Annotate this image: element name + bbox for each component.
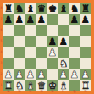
square-a5[interactable] [3,36,14,47]
square-d7[interactable]: ♟ [36,14,47,25]
square-e8[interactable]: ♚ [47,3,58,14]
square-h5[interactable] [80,36,91,47]
square-f5[interactable]: ♟ [58,36,69,47]
square-g6[interactable] [69,25,80,36]
square-h1[interactable]: ♜ [80,80,91,91]
white-bishop-icon[interactable]: ♝ [58,80,69,91]
square-b5[interactable] [14,36,25,47]
square-c6[interactable] [25,25,36,36]
square-c7[interactable]: ♟ [25,14,36,25]
square-d6[interactable] [36,25,47,36]
square-f3[interactable]: ♞ [58,58,69,69]
square-c3[interactable] [25,58,36,69]
square-d1[interactable]: ♛ [36,80,47,91]
white-bishop-icon[interactable]: ♝ [25,80,36,91]
square-e1[interactable]: ♚ [47,80,58,91]
black-pawn-icon[interactable]: ♟ [47,36,58,47]
square-b2[interactable]: ♟ [14,69,25,80]
square-g5[interactable] [69,36,80,47]
square-h6[interactable] [80,25,91,36]
white-pawn-icon[interactable]: ♟ [80,69,91,80]
square-h3[interactable] [80,58,91,69]
square-g1[interactable] [69,80,80,91]
rank-label: 3 [0,62,2,65]
square-a8[interactable]: ♜ [3,3,14,14]
square-e5[interactable]: ♟ [47,36,58,47]
white-pawn-icon[interactable]: ♟ [25,69,36,80]
white-pawn-icon[interactable]: ♟ [14,69,25,80]
black-pawn-icon[interactable]: ♟ [58,36,69,47]
square-e3[interactable] [47,58,58,69]
square-c4[interactable] [25,47,36,58]
white-king-icon[interactable]: ♚ [47,80,58,91]
square-g2[interactable]: ♟ [69,69,80,80]
square-b7[interactable]: ♟ [14,14,25,25]
rank-label: 4 [0,51,2,54]
square-h2[interactable]: ♟ [80,69,91,80]
white-pawn-icon[interactable]: ♟ [58,69,69,80]
square-f1[interactable]: ♝ [58,80,69,91]
square-g8[interactable]: ♞ [69,3,80,14]
square-d3[interactable] [36,58,47,69]
square-d2[interactable]: ♟ [36,69,47,80]
square-h8[interactable]: ♜ [80,3,91,14]
square-g3[interactable] [69,58,80,69]
square-c1[interactable]: ♝ [25,80,36,91]
square-e7[interactable] [47,14,58,25]
white-pawn-icon[interactable]: ♟ [36,69,47,80]
rank-label: 7 [0,18,2,21]
square-c8[interactable]: ♝ [25,3,36,14]
black-bishop-icon[interactable]: ♝ [58,3,69,14]
square-b4[interactable] [14,47,25,58]
square-h4[interactable] [80,47,91,58]
square-g4[interactable] [69,47,80,58]
black-queen-icon[interactable]: ♛ [36,3,47,14]
square-a4[interactable] [3,47,14,58]
black-king-icon[interactable]: ♚ [47,3,58,14]
square-e6[interactable] [47,25,58,36]
square-f4[interactable] [58,47,69,58]
white-pawn-icon[interactable]: ♟ [47,47,58,58]
white-queen-icon[interactable]: ♛ [36,80,47,91]
white-knight-icon[interactable]: ♞ [14,80,25,91]
square-d8[interactable]: ♛ [36,3,47,14]
black-knight-icon[interactable]: ♞ [69,3,80,14]
square-b8[interactable]: ♞ [14,3,25,14]
square-f2[interactable]: ♟ [58,69,69,80]
black-pawn-icon[interactable]: ♟ [25,14,36,25]
rank-label: 8 [0,7,2,10]
black-pawn-icon[interactable]: ♟ [69,14,80,25]
square-d4[interactable] [36,47,47,58]
rank-label: 5 [0,40,2,43]
square-h7[interactable]: ♟ [80,14,91,25]
black-rook-icon[interactable]: ♜ [80,3,91,14]
square-f7[interactable] [58,14,69,25]
black-knight-icon[interactable]: ♞ [14,3,25,14]
black-bishop-icon[interactable]: ♝ [25,3,36,14]
square-e2[interactable] [47,69,58,80]
square-a7[interactable]: ♟ [3,14,14,25]
square-d5[interactable] [36,36,47,47]
rank-label: 6 [0,29,2,32]
square-b3[interactable] [14,58,25,69]
black-pawn-icon[interactable]: ♟ [3,14,14,25]
square-a6[interactable] [3,25,14,36]
square-a1[interactable]: ♜ [3,80,14,91]
square-c5[interactable] [25,36,36,47]
rank-label: 2 [0,73,2,76]
square-b6[interactable] [14,25,25,36]
black-pawn-icon[interactable]: ♟ [14,14,25,25]
chessboard-frame: ♜♞♝♛♚♝♞♜♟♟♟♟♟♟♟♟♟♞♟♟♟♟♟♟♟♜♞♝♛♚♝♜ 8765432… [0,0,94,94]
square-f8[interactable]: ♝ [58,3,69,14]
black-pawn-icon[interactable]: ♟ [80,14,91,25]
chessboard: ♜♞♝♛♚♝♞♜♟♟♟♟♟♟♟♟♟♞♟♟♟♟♟♟♟♜♞♝♛♚♝♜ [3,3,91,91]
square-e4[interactable]: ♟ [47,47,58,58]
white-pawn-icon[interactable]: ♟ [69,69,80,80]
white-pawn-icon[interactable]: ♟ [3,69,14,80]
square-g7[interactable]: ♟ [69,14,80,25]
rank-label: 1 [0,84,2,87]
white-knight-icon[interactable]: ♞ [58,58,69,69]
square-c2[interactable]: ♟ [25,69,36,80]
square-f6[interactable] [58,25,69,36]
black-pawn-icon[interactable]: ♟ [36,14,47,25]
square-a3[interactable] [3,58,14,69]
black-rook-icon[interactable]: ♜ [3,3,14,14]
white-rook-icon[interactable]: ♜ [80,80,91,91]
square-b1[interactable]: ♞ [14,80,25,91]
square-a2[interactable]: ♟ [3,69,14,80]
white-rook-icon[interactable]: ♜ [3,80,14,91]
